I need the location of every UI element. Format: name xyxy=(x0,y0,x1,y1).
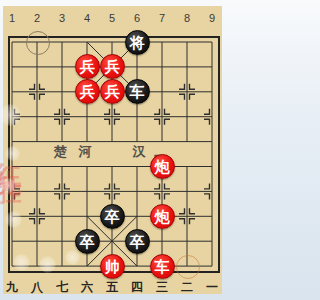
file-label-top: 8 xyxy=(177,12,197,25)
xiangqi-board[interactable]: 将兵兵兵兵车炮卒炮卒卒帅车 xyxy=(0,30,225,279)
piece-red-cannon[interactable]: 炮 xyxy=(150,204,175,229)
piece-red-soldier[interactable]: 兵 xyxy=(100,79,125,104)
file-label-top: 4 xyxy=(77,12,97,25)
file-label-bottom: 七 xyxy=(52,281,72,294)
piece-red-soldier[interactable]: 兵 xyxy=(75,79,100,104)
file-label-top: 7 xyxy=(152,12,172,25)
piece-red-cannon[interactable]: 炮 xyxy=(150,154,175,179)
piece-red-soldier[interactable]: 兵 xyxy=(100,54,125,79)
file-label-bottom: 八 xyxy=(27,281,47,294)
file-label-bottom: 五 xyxy=(102,281,122,294)
piece-red-general[interactable]: 帅 xyxy=(100,254,125,279)
file-label-top: 2 xyxy=(27,12,47,25)
piece-red-soldier[interactable]: 兵 xyxy=(75,54,100,79)
piece-black-soldier[interactable]: 卒 xyxy=(125,229,150,254)
file-label-top: 6 xyxy=(127,12,147,25)
piece-black-general[interactable]: 将 xyxy=(125,30,150,55)
board-panel: 123456789 九八七六五四三二一 楚河汉界 将兵兵兵兵车炮卒炮卒卒帅车 红… xyxy=(3,6,222,294)
file-label-top: 1 xyxy=(2,12,22,25)
file-label-top: 9 xyxy=(202,12,222,25)
piece-black-soldier[interactable]: 卒 xyxy=(100,204,125,229)
file-label-bottom: 二 xyxy=(177,281,197,294)
file-label-bottom: 九 xyxy=(2,281,22,294)
file-label-bottom: 四 xyxy=(127,281,147,294)
xiangqi-app-page: 123456789 九八七六五四三二一 楚河汉界 将兵兵兵兵车炮卒炮卒卒帅车 红… xyxy=(0,0,234,300)
piece-black-soldier[interactable]: 卒 xyxy=(75,229,100,254)
file-label-top: 5 xyxy=(102,12,122,25)
piece-black-chariot[interactable]: 车 xyxy=(125,79,150,104)
file-label-bottom: 三 xyxy=(152,281,172,294)
file-label-bottom: 六 xyxy=(77,281,97,294)
file-label-top: 3 xyxy=(52,12,72,25)
file-label-bottom: 一 xyxy=(202,281,222,294)
piece-red-chariot[interactable]: 车 xyxy=(150,254,175,279)
